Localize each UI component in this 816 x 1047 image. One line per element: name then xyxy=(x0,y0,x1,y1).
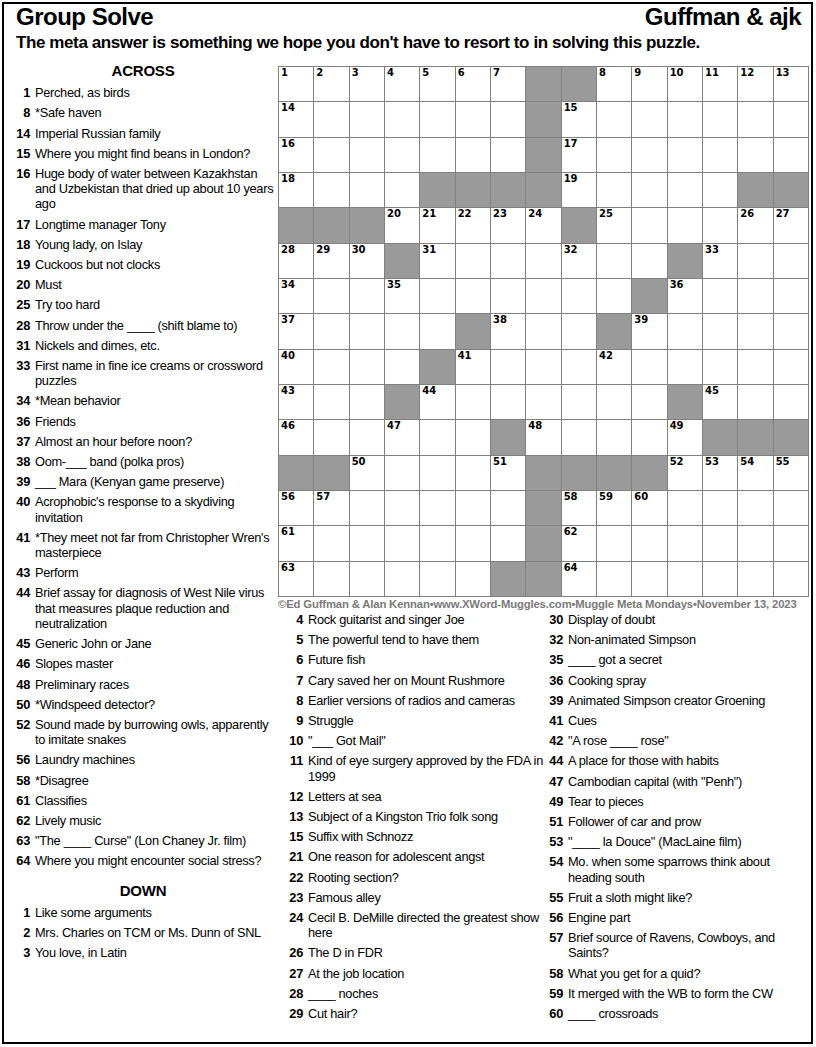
grid-cell[interactable]: 49 xyxy=(668,420,702,454)
grid-cell[interactable] xyxy=(703,314,737,348)
grid-cell[interactable] xyxy=(632,350,666,384)
clue-number: 34 xyxy=(10,393,30,408)
grid-cell[interactable] xyxy=(703,350,737,384)
grid-cell[interactable] xyxy=(314,138,348,172)
grid-cell[interactable]: 36 xyxy=(668,279,702,313)
grid-cell[interactable] xyxy=(562,385,596,419)
clue-number: 31 xyxy=(10,338,30,353)
grid-cell[interactable]: 51 xyxy=(491,456,525,490)
block-cell xyxy=(668,385,702,419)
block-cell xyxy=(526,491,560,525)
clue-number: 10 xyxy=(283,733,303,748)
clue-text: A place for those with habits xyxy=(568,753,811,768)
clue-item: 36 Cooking spray xyxy=(543,673,811,688)
clue-text: The powerful tend to have them xyxy=(308,632,543,647)
grid-cell[interactable]: 27 xyxy=(774,208,808,242)
grid-cell[interactable] xyxy=(420,491,454,525)
grid-cell[interactable]: 38 xyxy=(491,314,525,348)
clue-item: 6 Future fish xyxy=(283,652,543,667)
grid-cell[interactable] xyxy=(420,138,454,172)
grid-cell[interactable] xyxy=(385,314,419,348)
grid-cell[interactable] xyxy=(774,491,808,525)
grid-cell[interactable]: 24 xyxy=(526,208,560,242)
cell-number: 1 xyxy=(281,67,288,79)
clue-item: 35 ____ got a secret xyxy=(543,652,811,667)
clue-text: Future fish xyxy=(308,652,543,667)
grid-cell[interactable] xyxy=(420,526,454,560)
clue-number: 25 xyxy=(10,297,30,312)
block-cell xyxy=(491,420,525,454)
clue-number: 11 xyxy=(283,753,303,783)
grid-cell[interactable] xyxy=(703,138,737,172)
grid-cell[interactable] xyxy=(420,102,454,136)
clue-text: *Mean behavior xyxy=(35,393,276,408)
grid-cell[interactable] xyxy=(668,562,702,596)
clue-item: 38 Oom-___ band (polka pros) xyxy=(10,454,276,469)
grid-cell[interactable] xyxy=(597,385,631,419)
block-cell xyxy=(314,456,348,490)
grid-cell[interactable] xyxy=(420,562,454,596)
grid-cell[interactable]: 18 xyxy=(279,173,313,207)
clue-item: 44 A place for those with habits xyxy=(543,753,811,768)
clue-text: Try too hard xyxy=(35,297,276,312)
clue-item: 24 Cecil B. DeMille directed the greates… xyxy=(283,910,543,940)
block-cell xyxy=(562,456,596,490)
grid-cell[interactable] xyxy=(562,314,596,348)
grid-cell[interactable] xyxy=(491,526,525,560)
grid-cell[interactable] xyxy=(668,314,702,348)
clue-number: 63 xyxy=(10,833,30,848)
grid-cell[interactable] xyxy=(668,102,702,136)
grid-cell[interactable] xyxy=(350,420,384,454)
grid-cell[interactable] xyxy=(456,244,490,278)
cell-number: 34 xyxy=(281,279,295,291)
grid-cell[interactable] xyxy=(597,562,631,596)
clue-item: 37 Almost an hour before noon? xyxy=(10,434,276,449)
grid-cell[interactable] xyxy=(703,491,737,525)
clue-item: 34 *Mean behavior xyxy=(10,393,276,408)
block-cell xyxy=(668,244,702,278)
grid-cell[interactable]: 46 xyxy=(279,420,313,454)
grid-cell[interactable]: 31 xyxy=(420,244,454,278)
copyright-line: ©Ed Guffman & Alan Kennan•www.XWord-Mugg… xyxy=(278,598,812,610)
clue-number: 53 xyxy=(543,834,563,849)
grid-cell[interactable] xyxy=(774,385,808,419)
grid-cell[interactable]: 17 xyxy=(562,138,596,172)
grid-cell[interactable] xyxy=(526,350,560,384)
grid-cell[interactable] xyxy=(350,526,384,560)
clue-number: 36 xyxy=(10,414,30,429)
grid-cell[interactable] xyxy=(491,279,525,313)
grid-cell[interactable] xyxy=(738,279,772,313)
grid-cell[interactable] xyxy=(738,491,772,525)
grid-cell[interactable] xyxy=(774,279,808,313)
grid-cell[interactable] xyxy=(597,420,631,454)
grid-cell[interactable] xyxy=(703,102,737,136)
grid-cell[interactable] xyxy=(774,314,808,348)
grid-cell[interactable] xyxy=(668,526,702,560)
clue-text: Cambodian capital (with "Penh") xyxy=(568,774,811,789)
grid-cell[interactable] xyxy=(420,456,454,490)
grid-cell[interactable]: 16 xyxy=(279,138,313,172)
byline: Guffman & ajk xyxy=(645,3,801,31)
grid-cell[interactable]: 58 xyxy=(562,491,596,525)
grid-cell[interactable]: 50 xyxy=(350,456,384,490)
grid-cell[interactable]: 1 xyxy=(279,67,313,101)
clue-number: 47 xyxy=(543,774,563,789)
grid-cell[interactable] xyxy=(738,244,772,278)
grid-cell[interactable]: 39 xyxy=(632,314,666,348)
grid-cell[interactable] xyxy=(632,173,666,207)
clue-number: 28 xyxy=(283,986,303,1001)
grid-cell[interactable]: 56 xyxy=(279,491,313,525)
grid-cell[interactable]: 21 xyxy=(420,208,454,242)
grid-cell[interactable] xyxy=(597,173,631,207)
clue-number: 19 xyxy=(10,257,30,272)
grid-cell[interactable]: 4 xyxy=(385,67,419,101)
grid-cell[interactable] xyxy=(491,491,525,525)
clue-number: 45 xyxy=(10,636,30,651)
grid-cell[interactable] xyxy=(632,420,666,454)
grid-cell[interactable] xyxy=(526,385,560,419)
meta-answer-hint: The meta answer is something we hope you… xyxy=(16,33,801,53)
grid-cell[interactable] xyxy=(385,526,419,560)
grid-cell[interactable] xyxy=(668,491,702,525)
grid-cell[interactable]: 30 xyxy=(350,244,384,278)
grid-cell[interactable] xyxy=(562,279,596,313)
right-clue-column: 30 Display of doubt 32 Non-animated Simp… xyxy=(543,612,811,1026)
grid-cell[interactable]: 61 xyxy=(279,526,313,560)
grid-cell[interactable]: 43 xyxy=(279,385,313,419)
grid-cell[interactable] xyxy=(668,208,702,242)
clue-item: 8 *Safe haven xyxy=(10,105,276,120)
grid-cell[interactable]: 2 xyxy=(314,67,348,101)
grid-cell[interactable] xyxy=(774,138,808,172)
cell-number: 57 xyxy=(316,491,330,503)
grid-cell[interactable]: 23 xyxy=(491,208,525,242)
clue-item: 16 Huge body of water between Kazakhstan… xyxy=(10,166,276,212)
grid-cell[interactable] xyxy=(314,420,348,454)
grid-cell[interactable] xyxy=(738,314,772,348)
clue-number: 56 xyxy=(543,910,563,925)
grid-cell[interactable]: 40 xyxy=(279,350,313,384)
grid-cell[interactable] xyxy=(774,526,808,560)
clue-item: 58 What you get for a quid? xyxy=(543,966,811,981)
grid-cell[interactable] xyxy=(632,526,666,560)
grid-cell[interactable]: 10 xyxy=(668,67,702,101)
clue-text: Laundry machines xyxy=(35,752,276,767)
clue-text: "____ la Douce" (MacLaine film) xyxy=(568,834,811,849)
clue-text: Tear to pieces xyxy=(568,794,811,809)
grid-cell[interactable]: 55 xyxy=(774,456,808,490)
clue-text: Imperial Russian family xyxy=(35,126,276,141)
grid-cell[interactable] xyxy=(738,102,772,136)
grid-cell[interactable] xyxy=(703,526,737,560)
grid-cell[interactable] xyxy=(385,350,419,384)
clue-text: Lively music xyxy=(35,813,276,828)
clue-text: Young lady, on Islay xyxy=(35,237,276,252)
cell-number: 35 xyxy=(387,279,401,291)
grid-cell[interactable] xyxy=(385,173,419,207)
clue-number: 41 xyxy=(543,713,563,728)
grid-cell[interactable] xyxy=(350,102,384,136)
grid-cell[interactable] xyxy=(526,279,560,313)
grid-cell[interactable] xyxy=(456,526,490,560)
grid-cell[interactable] xyxy=(597,244,631,278)
clue-number: 50 xyxy=(10,697,30,712)
grid-cell[interactable] xyxy=(738,350,772,384)
grid-cell[interactable] xyxy=(668,138,702,172)
clue-number: 6 xyxy=(283,652,303,667)
clue-number: 2 xyxy=(10,925,30,940)
grid-cell[interactable] xyxy=(314,562,348,596)
grid-cell[interactable]: 59 xyxy=(597,491,631,525)
cell-number: 24 xyxy=(528,208,542,220)
grid-cell[interactable]: 37 xyxy=(279,314,313,348)
clue-item: 54 Mo. when some sparrows think about he… xyxy=(543,854,811,884)
grid-cell[interactable] xyxy=(738,385,772,419)
grid-cell[interactable]: 9 xyxy=(632,67,666,101)
grid-cell[interactable] xyxy=(774,102,808,136)
grid-cell[interactable] xyxy=(774,562,808,596)
grid-cell[interactable] xyxy=(703,562,737,596)
clue-item: 15 Where you might find beans in London? xyxy=(10,146,276,161)
grid-cell[interactable] xyxy=(491,244,525,278)
grid-cell[interactable] xyxy=(385,491,419,525)
grid-cell[interactable]: 22 xyxy=(456,208,490,242)
clue-item: 3 You love, in Latin xyxy=(10,945,276,960)
grid-cell[interactable] xyxy=(774,244,808,278)
grid-cell[interactable]: 41 xyxy=(456,350,490,384)
cell-number: 29 xyxy=(316,244,330,256)
grid-cell[interactable] xyxy=(456,420,490,454)
grid-cell[interactable]: 6 xyxy=(456,67,490,101)
grid-cell[interactable]: 48 xyxy=(526,420,560,454)
grid-cell[interactable] xyxy=(668,350,702,384)
grid-cell[interactable] xyxy=(350,138,384,172)
grid-cell[interactable]: 15 xyxy=(562,102,596,136)
grid-cell[interactable] xyxy=(562,350,596,384)
grid-cell[interactable]: 3 xyxy=(350,67,384,101)
cell-number: 42 xyxy=(599,350,613,362)
block-cell xyxy=(597,456,631,490)
grid-cell[interactable] xyxy=(597,279,631,313)
block-cell xyxy=(562,67,596,101)
grid-cell[interactable]: 20 xyxy=(385,208,419,242)
grid-cell[interactable] xyxy=(350,173,384,207)
grid-cell[interactable] xyxy=(456,385,490,419)
grid-cell[interactable] xyxy=(774,350,808,384)
grid-cell[interactable]: 62 xyxy=(562,526,596,560)
grid-cell[interactable] xyxy=(456,491,490,525)
clue-text: ____ crossroads xyxy=(568,1006,811,1021)
grid-cell[interactable]: 12 xyxy=(738,67,772,101)
grid-cell[interactable] xyxy=(314,385,348,419)
grid-cell[interactable]: 11 xyxy=(703,67,737,101)
cell-number: 13 xyxy=(776,67,790,79)
clue-item: 61 Classifies xyxy=(10,793,276,808)
grid-cell[interactable] xyxy=(738,138,772,172)
clue-text: Preliminary races xyxy=(35,677,276,692)
grid-cell[interactable] xyxy=(314,314,348,348)
grid-cell[interactable]: 7 xyxy=(491,67,525,101)
block-cell xyxy=(526,173,560,207)
clue-number: 17 xyxy=(10,217,30,232)
block-cell xyxy=(420,173,454,207)
grid-cell[interactable]: 8 xyxy=(597,67,631,101)
grid-cell[interactable]: 14 xyxy=(279,102,313,136)
clue-text: Suffix with Schnozz xyxy=(308,829,543,844)
grid-cell[interactable] xyxy=(314,102,348,136)
grid-cell[interactable] xyxy=(456,562,490,596)
grid-cell[interactable]: 44 xyxy=(420,385,454,419)
clue-text: Struggle xyxy=(308,713,543,728)
block-cell xyxy=(526,102,560,136)
grid-cell[interactable] xyxy=(491,138,525,172)
grid-cell[interactable]: 34 xyxy=(279,279,313,313)
grid-cell[interactable] xyxy=(350,314,384,348)
clue-item: 44 Brief assay for diagnosis of West Nil… xyxy=(10,585,276,631)
grid-cell[interactable] xyxy=(526,244,560,278)
grid-cell[interactable] xyxy=(491,350,525,384)
grid-cell[interactable] xyxy=(703,208,737,242)
grid-cell[interactable] xyxy=(420,314,454,348)
grid-cell[interactable]: 26 xyxy=(738,208,772,242)
grid-cell[interactable] xyxy=(314,173,348,207)
clue-item: 20 Must xyxy=(10,277,276,292)
grid-cell[interactable] xyxy=(632,208,666,242)
clue-number: 64 xyxy=(10,853,30,868)
grid-cell[interactable] xyxy=(632,102,666,136)
grid-cell[interactable]: 47 xyxy=(385,420,419,454)
cell-number: 8 xyxy=(599,67,606,79)
grid-cell[interactable]: 13 xyxy=(774,67,808,101)
grid-cell[interactable] xyxy=(491,385,525,419)
grid-cell[interactable]: 52 xyxy=(668,456,702,490)
block-cell xyxy=(774,173,808,207)
grid-cell[interactable] xyxy=(456,279,490,313)
grid-cell[interactable] xyxy=(350,491,384,525)
clue-number: 44 xyxy=(543,753,563,768)
clue-number: 38 xyxy=(10,454,30,469)
clue-item: 17 Longtime manager Tony xyxy=(10,217,276,232)
grid-cell[interactable]: 28 xyxy=(279,244,313,278)
grid-cell[interactable] xyxy=(350,385,384,419)
grid-cell[interactable] xyxy=(350,562,384,596)
grid-cell[interactable] xyxy=(597,102,631,136)
grid-cell[interactable] xyxy=(385,456,419,490)
block-cell xyxy=(774,420,808,454)
grid-cell[interactable] xyxy=(632,244,666,278)
grid-cell[interactable]: 53 xyxy=(703,456,737,490)
grid-cell[interactable] xyxy=(562,420,596,454)
grid-cell[interactable] xyxy=(738,526,772,560)
grid-cell[interactable] xyxy=(420,420,454,454)
clue-text: You love, in Latin xyxy=(35,945,276,960)
clue-item: 57 Brief source of Ravens, Cowboys, and … xyxy=(543,930,811,960)
cell-number: 56 xyxy=(281,491,295,503)
clue-number: 14 xyxy=(10,126,30,141)
clue-number: 28 xyxy=(10,318,30,333)
grid-cell[interactable] xyxy=(385,138,419,172)
clue-text: *Windspeed detector? xyxy=(35,697,276,712)
clue-item: 63 "The ____ Curse" (Lon Chaney Jr. film… xyxy=(10,833,276,848)
clue-item: 15 Suffix with Schnozz xyxy=(283,829,543,844)
clue-number: 48 xyxy=(10,677,30,692)
clue-number: 30 xyxy=(543,612,563,627)
clue-text: Oom-___ band (polka pros) xyxy=(35,454,276,469)
grid-cell[interactable]: 29 xyxy=(314,244,348,278)
block-cell xyxy=(526,138,560,172)
grid-cell[interactable] xyxy=(385,562,419,596)
grid-cell[interactable] xyxy=(738,562,772,596)
clue-item: 18 Young lady, on Islay xyxy=(10,237,276,252)
grid-cell[interactable] xyxy=(350,350,384,384)
block-cell xyxy=(491,173,525,207)
grid-cell[interactable] xyxy=(314,526,348,560)
grid-cell[interactable]: 25 xyxy=(597,208,631,242)
cell-number: 16 xyxy=(281,138,295,150)
grid-cell[interactable] xyxy=(385,102,419,136)
clue-number: 1 xyxy=(10,85,30,100)
grid-cell[interactable] xyxy=(491,102,525,136)
grid-cell[interactable] xyxy=(456,456,490,490)
grid-cell[interactable] xyxy=(668,173,702,207)
clue-item: 31 Nickels and dimes, etc. xyxy=(10,338,276,353)
grid-cell[interactable] xyxy=(597,526,631,560)
clue-item: 59 It merged with the WB to form the CW xyxy=(543,986,811,1001)
grid-cell[interactable] xyxy=(456,102,490,136)
grid-cell[interactable]: 45 xyxy=(703,385,737,419)
grid-cell[interactable]: 54 xyxy=(738,456,772,490)
grid-cell[interactable] xyxy=(526,314,560,348)
clue-number: 61 xyxy=(10,793,30,808)
grid-cell[interactable]: 19 xyxy=(562,173,596,207)
grid-cell[interactable] xyxy=(420,279,454,313)
grid-cell[interactable]: 64 xyxy=(562,562,596,596)
clue-number: 8 xyxy=(10,105,30,120)
grid-cell[interactable]: 63 xyxy=(279,562,313,596)
grid-cell[interactable] xyxy=(632,138,666,172)
grid-cell[interactable]: 35 xyxy=(385,279,419,313)
grid-cell[interactable] xyxy=(703,279,737,313)
grid-cell[interactable] xyxy=(597,138,631,172)
grid-cell[interactable] xyxy=(350,279,384,313)
clue-item: 29 Cut hair? xyxy=(283,1006,543,1021)
cell-number: 7 xyxy=(493,67,500,79)
grid-cell[interactable]: 57 xyxy=(314,491,348,525)
clue-text: Kind of eye surgery approved by the FDA … xyxy=(308,753,543,783)
block-cell xyxy=(526,456,560,490)
grid-cell[interactable] xyxy=(456,138,490,172)
grid-cell[interactable]: 5 xyxy=(420,67,454,101)
grid-cell[interactable]: 33 xyxy=(703,244,737,278)
grid-cell[interactable] xyxy=(314,350,348,384)
grid-cell[interactable] xyxy=(314,279,348,313)
clue-text: "The ____ Curse" (Lon Chaney Jr. film) xyxy=(35,833,276,848)
grid-cell[interactable] xyxy=(632,562,666,596)
grid-cell[interactable] xyxy=(632,385,666,419)
clue-item: 8 Earlier versions of radios and cameras xyxy=(283,693,543,708)
clue-number: 51 xyxy=(543,814,563,829)
grid-cell[interactable]: 42 xyxy=(597,350,631,384)
grid-cell[interactable]: 60 xyxy=(632,491,666,525)
block-cell xyxy=(632,456,666,490)
grid-cell[interactable] xyxy=(703,173,737,207)
clue-text: Brief assay for diagnosis of West Nile v… xyxy=(35,585,276,631)
grid-cell[interactable]: 32 xyxy=(562,244,596,278)
block-cell xyxy=(314,208,348,242)
